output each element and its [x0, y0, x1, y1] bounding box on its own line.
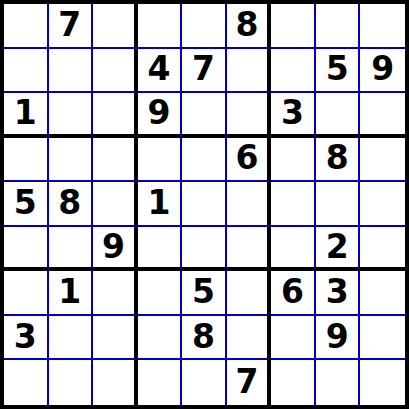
- cell-r2c4[interactable]: 4: [138, 49, 183, 94]
- cell-r6c8[interactable]: 2: [316, 227, 361, 272]
- cell-r1c2[interactable]: 7: [49, 4, 94, 49]
- given-digit: 1: [147, 186, 170, 219]
- cell-r1c7[interactable]: [271, 4, 316, 49]
- cell-r5c5[interactable]: [182, 182, 227, 227]
- cell-r6c7[interactable]: [271, 227, 316, 272]
- cell-r9c8[interactable]: [316, 360, 361, 405]
- cell-r8c6[interactable]: [227, 316, 272, 361]
- cell-r3c6[interactable]: [227, 93, 272, 138]
- cell-r2c3[interactable]: [93, 49, 138, 94]
- given-digit: 6: [281, 275, 304, 308]
- given-digit: 7: [192, 52, 215, 85]
- cell-r2c7[interactable]: [271, 49, 316, 94]
- cell-r4c3[interactable]: [93, 138, 138, 183]
- cell-r8c2[interactable]: [49, 316, 94, 361]
- cell-r3c9[interactable]: [360, 93, 405, 138]
- cell-r7c2[interactable]: 1: [49, 271, 94, 316]
- cell-r9c2[interactable]: [49, 360, 94, 405]
- given-digit: 9: [326, 320, 349, 353]
- given-digit: 3: [326, 275, 349, 308]
- cell-r7c8[interactable]: 3: [316, 271, 361, 316]
- cell-r5c2[interactable]: 8: [49, 182, 94, 227]
- cell-r6c2[interactable]: [49, 227, 94, 272]
- cell-r4c9[interactable]: [360, 138, 405, 183]
- cell-r8c7[interactable]: [271, 316, 316, 361]
- cell-r8c8[interactable]: 9: [316, 316, 361, 361]
- given-digit: 8: [326, 141, 349, 174]
- cell-r8c4[interactable]: [138, 316, 183, 361]
- given-digit: 9: [371, 52, 394, 85]
- cell-r7c6[interactable]: [227, 271, 272, 316]
- cell-r8c9[interactable]: [360, 316, 405, 361]
- cell-r6c1[interactable]: [4, 227, 49, 272]
- cell-r7c3[interactable]: [93, 271, 138, 316]
- cell-r5c4[interactable]: 1: [138, 182, 183, 227]
- cell-r9c6[interactable]: 7: [227, 360, 272, 405]
- given-digit: 9: [102, 230, 125, 263]
- given-digit: 8: [192, 320, 215, 353]
- cell-r6c9[interactable]: [360, 227, 405, 272]
- cell-r9c9[interactable]: [360, 360, 405, 405]
- cell-r2c1[interactable]: [4, 49, 49, 94]
- cell-r3c1[interactable]: 1: [4, 93, 49, 138]
- cell-r1c4[interactable]: [138, 4, 183, 49]
- cell-r7c4[interactable]: [138, 271, 183, 316]
- given-digit: 3: [14, 320, 37, 353]
- given-digit: 4: [147, 52, 170, 85]
- cell-r5c8[interactable]: [316, 182, 361, 227]
- given-digit: 1: [58, 275, 81, 308]
- cell-r5c1[interactable]: 5: [4, 182, 49, 227]
- cell-r1c9[interactable]: [360, 4, 405, 49]
- cell-r5c6[interactable]: [227, 182, 272, 227]
- sudoku-board-frame: 784759193685819215633897: [0, 0, 409, 409]
- cell-r5c7[interactable]: [271, 182, 316, 227]
- given-digit: 7: [236, 365, 259, 398]
- given-digit: 5: [192, 275, 215, 308]
- cell-r2c8[interactable]: 5: [316, 49, 361, 94]
- given-digit: 7: [58, 8, 81, 41]
- cell-r8c5[interactable]: 8: [182, 316, 227, 361]
- cell-r2c2[interactable]: [49, 49, 94, 94]
- cell-r9c5[interactable]: [182, 360, 227, 405]
- cell-r4c8[interactable]: 8: [316, 138, 361, 183]
- given-digit: 5: [326, 52, 349, 85]
- cell-r4c4[interactable]: [138, 138, 183, 183]
- cell-r7c5[interactable]: 5: [182, 271, 227, 316]
- cell-r4c6[interactable]: 6: [227, 138, 272, 183]
- cell-r2c6[interactable]: [227, 49, 272, 94]
- cell-r3c4[interactable]: 9: [138, 93, 183, 138]
- cell-r8c3[interactable]: [93, 316, 138, 361]
- cell-r8c1[interactable]: 3: [4, 316, 49, 361]
- cell-r7c9[interactable]: [360, 271, 405, 316]
- cell-r1c3[interactable]: [93, 4, 138, 49]
- cell-r7c7[interactable]: 6: [271, 271, 316, 316]
- cell-r1c5[interactable]: [182, 4, 227, 49]
- cell-r9c4[interactable]: [138, 360, 183, 405]
- given-digit: 6: [236, 141, 259, 174]
- cell-r3c2[interactable]: [49, 93, 94, 138]
- given-digit: 3: [281, 96, 304, 129]
- cell-r3c7[interactable]: 3: [271, 93, 316, 138]
- cell-r6c3[interactable]: 9: [93, 227, 138, 272]
- cell-r4c2[interactable]: [49, 138, 94, 183]
- cell-r4c5[interactable]: [182, 138, 227, 183]
- given-digit: 1: [14, 96, 37, 129]
- given-digit: 8: [58, 186, 81, 219]
- cell-r1c1[interactable]: [4, 4, 49, 49]
- sudoku-board: 784759193685819215633897: [4, 4, 405, 405]
- given-digit: 9: [147, 96, 170, 129]
- given-digit: 8: [236, 8, 259, 41]
- cell-r6c4[interactable]: [138, 227, 183, 272]
- cell-r3c3[interactable]: [93, 93, 138, 138]
- cell-r4c1[interactable]: [4, 138, 49, 183]
- cell-r6c6[interactable]: [227, 227, 272, 272]
- cell-r7c1[interactable]: [4, 271, 49, 316]
- given-digit: 2: [326, 230, 349, 263]
- cell-r2c5[interactable]: 7: [182, 49, 227, 94]
- cell-r5c9[interactable]: [360, 182, 405, 227]
- cell-r9c3[interactable]: [93, 360, 138, 405]
- cell-r1c8[interactable]: [316, 4, 361, 49]
- given-digit: 5: [14, 186, 37, 219]
- cell-r2c9[interactable]: 9: [360, 49, 405, 94]
- cell-r3c5[interactable]: [182, 93, 227, 138]
- cell-r9c7[interactable]: [271, 360, 316, 405]
- cell-r9c1[interactable]: [4, 360, 49, 405]
- cell-r3c8[interactable]: [316, 93, 361, 138]
- cell-r6c5[interactable]: [182, 227, 227, 272]
- cell-r4c7[interactable]: [271, 138, 316, 183]
- cell-r1c6[interactable]: 8: [227, 4, 272, 49]
- cell-r5c3[interactable]: [93, 182, 138, 227]
